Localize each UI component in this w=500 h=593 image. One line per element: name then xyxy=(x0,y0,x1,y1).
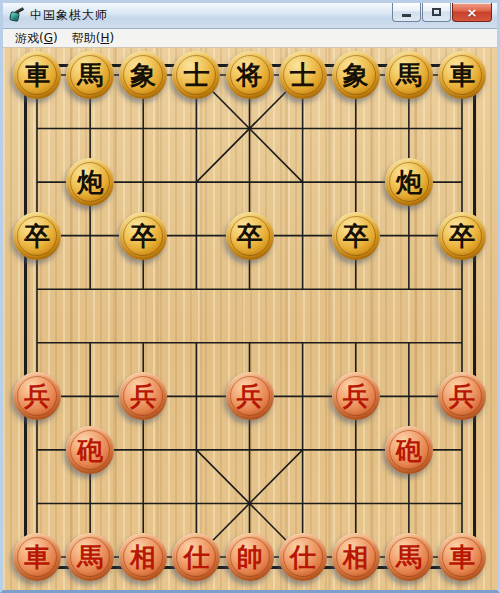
piece-black-horse[interactable]: 馬 xyxy=(385,51,433,99)
piece-red-soldier[interactable]: 兵 xyxy=(438,372,486,420)
piece-red-chariot[interactable]: 車 xyxy=(13,533,61,581)
app-icon xyxy=(9,8,24,23)
piece-black-soldier[interactable]: 卒 xyxy=(226,212,274,260)
piece-glyph: 馬 xyxy=(77,533,103,581)
piece-red-chariot[interactable]: 車 xyxy=(438,533,486,581)
xiangqi-board[interactable]: 車馬象士将士象馬車炮炮卒卒卒卒卒兵兵兵兵兵砲砲車馬相仕帥仕相馬車 xyxy=(3,48,497,590)
piece-glyph: 砲 xyxy=(396,426,422,474)
close-icon: × xyxy=(467,6,478,19)
piece-black-chariot[interactable]: 車 xyxy=(438,51,486,99)
minimize-button[interactable] xyxy=(392,3,421,22)
piece-red-horse[interactable]: 馬 xyxy=(385,533,433,581)
close-button[interactable]: × xyxy=(452,3,492,22)
board-grid xyxy=(3,48,497,590)
piece-black-cannon[interactable]: 炮 xyxy=(66,158,114,206)
window-title: 中国象棋大师 xyxy=(30,7,108,24)
piece-red-elephant[interactable]: 相 xyxy=(119,533,167,581)
piece-glyph: 兵 xyxy=(24,372,50,420)
piece-glyph: 相 xyxy=(343,533,369,581)
piece-black-soldier[interactable]: 卒 xyxy=(332,212,380,260)
piece-black-cannon[interactable]: 炮 xyxy=(385,158,433,206)
piece-red-soldier[interactable]: 兵 xyxy=(332,372,380,420)
piece-red-cannon[interactable]: 砲 xyxy=(66,426,114,474)
piece-black-chariot[interactable]: 車 xyxy=(13,51,61,99)
piece-glyph: 車 xyxy=(24,51,50,99)
piece-red-general[interactable]: 帥 xyxy=(226,533,274,581)
piece-red-horse[interactable]: 馬 xyxy=(66,533,114,581)
piece-black-general[interactable]: 将 xyxy=(226,51,274,99)
piece-glyph: 兵 xyxy=(130,372,156,420)
piece-glyph: 仕 xyxy=(290,533,316,581)
piece-red-soldier[interactable]: 兵 xyxy=(13,372,61,420)
piece-red-advisor[interactable]: 仕 xyxy=(279,533,327,581)
app-window: 中国象棋大师 × 游戏(G)帮助(H) 車馬象士将士象馬車炮炮卒卒卒卒卒兵兵兵兵… xyxy=(0,0,500,593)
piece-glyph: 砲 xyxy=(77,426,103,474)
piece-glyph: 帥 xyxy=(237,533,263,581)
piece-glyph: 車 xyxy=(449,533,475,581)
menu-item-H[interactable]: 帮助(H) xyxy=(65,29,121,48)
piece-black-soldier[interactable]: 卒 xyxy=(13,212,61,260)
menu-bar: 游戏(G)帮助(H) xyxy=(3,29,497,48)
piece-black-soldier[interactable]: 卒 xyxy=(119,212,167,260)
piece-glyph: 馬 xyxy=(77,51,103,99)
piece-glyph: 炮 xyxy=(77,158,103,206)
piece-glyph: 士 xyxy=(183,51,209,99)
piece-glyph: 炮 xyxy=(396,158,422,206)
piece-black-advisor[interactable]: 士 xyxy=(279,51,327,99)
piece-glyph: 卒 xyxy=(449,212,475,260)
piece-glyph: 馬 xyxy=(396,533,422,581)
piece-glyph: 将 xyxy=(237,51,263,99)
piece-red-elephant[interactable]: 相 xyxy=(332,533,380,581)
piece-glyph: 象 xyxy=(343,51,369,99)
title-bar: 中国象棋大师 × xyxy=(3,3,497,29)
piece-glyph: 相 xyxy=(130,533,156,581)
piece-glyph: 馬 xyxy=(396,51,422,99)
piece-glyph: 象 xyxy=(130,51,156,99)
window-controls: × xyxy=(391,3,492,22)
piece-glyph: 兵 xyxy=(449,372,475,420)
piece-glyph: 車 xyxy=(449,51,475,99)
piece-glyph: 車 xyxy=(24,533,50,581)
piece-glyph: 卒 xyxy=(24,212,50,260)
piece-glyph: 仕 xyxy=(183,533,209,581)
menu-item-G[interactable]: 游戏(G) xyxy=(8,29,65,48)
maximize-icon xyxy=(432,8,441,16)
piece-black-horse[interactable]: 馬 xyxy=(66,51,114,99)
piece-glyph: 士 xyxy=(290,51,316,99)
piece-glyph: 兵 xyxy=(343,372,369,420)
piece-red-soldier[interactable]: 兵 xyxy=(226,372,274,420)
maximize-button[interactable] xyxy=(422,3,451,22)
minimize-icon xyxy=(402,14,411,17)
piece-black-elephant[interactable]: 象 xyxy=(119,51,167,99)
piece-black-elephant[interactable]: 象 xyxy=(332,51,380,99)
piece-glyph: 卒 xyxy=(130,212,156,260)
piece-red-cannon[interactable]: 砲 xyxy=(385,426,433,474)
piece-glyph: 卒 xyxy=(343,212,369,260)
app-icon-gem xyxy=(9,11,20,22)
piece-glyph: 兵 xyxy=(237,372,263,420)
piece-black-soldier[interactable]: 卒 xyxy=(438,212,486,260)
piece-glyph: 卒 xyxy=(237,212,263,260)
